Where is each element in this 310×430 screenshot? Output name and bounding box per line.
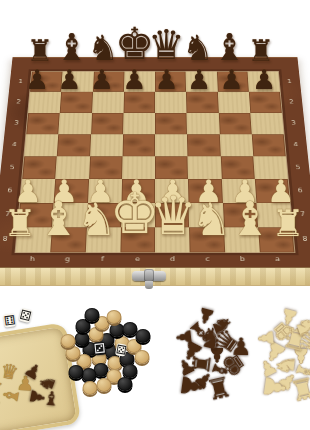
- white-die: ⚅: [3, 313, 16, 327]
- coordinate-label: e: [135, 257, 140, 263]
- black-checker-disc: [84, 308, 99, 322]
- coordinate-label: f: [101, 257, 104, 263]
- black-checker-disc: [75, 332, 90, 346]
- board-square: [155, 92, 187, 113]
- board-square: [55, 156, 89, 179]
- board-square: [188, 179, 222, 203]
- board-square: [16, 227, 53, 252]
- board-square: [247, 72, 280, 92]
- board-square: [155, 72, 186, 92]
- board-square: [88, 179, 122, 203]
- board-square: [187, 134, 220, 156]
- board-square: [54, 179, 89, 203]
- wood-checker-disc: [107, 310, 122, 324]
- board-square: [222, 203, 257, 227]
- board-square: [220, 156, 254, 179]
- board-square: [85, 227, 120, 252]
- board-square: [90, 134, 123, 156]
- board-square: [61, 72, 93, 92]
- board-square: [253, 156, 288, 179]
- board-square: [123, 92, 155, 113]
- board-square: [120, 227, 155, 252]
- wood-checker-disc: [66, 346, 81, 360]
- coordinate-label: 2: [289, 100, 294, 105]
- board-square: [89, 156, 123, 179]
- board-square: [26, 113, 60, 134]
- coordinate-label: c: [205, 257, 210, 263]
- board-square: [256, 203, 292, 227]
- clasp-tab: [145, 281, 153, 289]
- board-square: [121, 179, 155, 203]
- thumbnail-storage-tray[interactable]: ♜♛♟♝♟♟♞♟♝ ⚅⚄: [0, 300, 70, 430]
- black-die: ⚂: [93, 341, 106, 355]
- coordinate-label: d: [170, 257, 175, 263]
- wood-checker-disc: [61, 334, 76, 348]
- board-square: [258, 227, 295, 252]
- coordinate-label: g: [65, 257, 70, 263]
- coordinate-label: b: [240, 257, 245, 263]
- light-pile-piece-pawn: ♟: [255, 328, 277, 348]
- coordinate-label: 3: [14, 121, 19, 126]
- black-checker-disc: [118, 377, 133, 391]
- board-square: [50, 227, 86, 252]
- coordinate-label: 3: [291, 121, 296, 126]
- coordinate-label: 2: [16, 100, 21, 105]
- white-die: ⚄: [19, 308, 33, 323]
- board-square: [189, 227, 224, 252]
- board-square: [93, 72, 125, 92]
- thumbnail-dark-pieces-pile[interactable]: ♟♜♞♝♟♛♟♝♚♟♞♜♟♟♟♟: [167, 300, 240, 430]
- dark-pile-piece-pawn: ♟: [176, 372, 207, 401]
- board-square: [189, 203, 224, 227]
- coordinate-label: 5: [9, 165, 14, 170]
- board-square: [124, 72, 155, 92]
- chess-board-3d-wrap: 1234567812345678hgfedcba: [0, 0, 310, 268]
- thumbnail-checkers-discs[interactable]: ⚂⚄: [72, 300, 164, 430]
- board-square: [60, 92, 93, 113]
- coordinate-label: 4: [12, 143, 17, 148]
- board-square: [123, 113, 155, 134]
- thumbnail-light-pieces-pile[interactable]: ♟♞♜♝♟♛♟♚♝♟♞♜♟♟♟♟: [244, 300, 310, 430]
- board-square: [58, 113, 91, 134]
- metal-clasp-icon: [132, 269, 166, 284]
- coordinate-label: 6: [298, 188, 303, 193]
- board-square: [91, 113, 124, 134]
- board-square: [22, 156, 57, 179]
- coordinate-label: a: [275, 257, 280, 263]
- tray-dark-piece-bishop: ♝: [42, 388, 61, 409]
- coordinate-label: 1: [287, 79, 292, 84]
- board-square: [252, 134, 286, 156]
- coordinate-label: 7: [300, 212, 305, 218]
- board-square: [219, 134, 253, 156]
- board-square: [28, 92, 61, 113]
- board-square: [92, 92, 124, 113]
- board-square: [255, 179, 290, 203]
- coordinate-label: 1: [18, 79, 23, 84]
- board-square: [155, 113, 187, 134]
- board-square: [122, 156, 155, 179]
- wood-checker-disc: [97, 378, 112, 392]
- board-square: [30, 72, 63, 92]
- dark-pile-piece-pawn: ♟: [173, 327, 195, 347]
- coordinate-label: 7: [5, 212, 10, 218]
- board-square: [221, 179, 256, 203]
- board-square: [224, 227, 260, 252]
- board-square: [52, 203, 87, 227]
- board-square: [250, 113, 284, 134]
- board-square: [186, 72, 218, 92]
- board-square: [86, 203, 121, 227]
- board-grid: [16, 72, 295, 253]
- board-square: [186, 92, 218, 113]
- board-square: [187, 113, 220, 134]
- board-square: [188, 156, 222, 179]
- board-square: [20, 179, 55, 203]
- coordinate-label: 6: [7, 188, 12, 193]
- product-page: 1234567812345678hgfedcba ♜♝♞♚♛♞♝♜♟♟♟♟♟♟♟…: [0, 0, 310, 430]
- wood-checker-disc: [134, 350, 149, 364]
- board-square: [155, 179, 189, 203]
- coordinate-label: 8: [2, 237, 8, 243]
- wood-checker-disc: [83, 381, 98, 395]
- board-front-edge: [0, 267, 310, 286]
- board-square: [18, 203, 54, 227]
- main-photo-chess-board[interactable]: 1234567812345678hgfedcba ♜♝♞♚♛♞♝♜♟♟♟♟♟♟♟…: [0, 0, 310, 298]
- board-frame: 1234567812345678hgfedcba: [0, 57, 310, 270]
- coordinate-label: 4: [293, 143, 298, 148]
- board-square: [121, 203, 155, 227]
- coordinate-label: h: [30, 257, 36, 263]
- board-square: [155, 203, 189, 227]
- board-square: [155, 227, 190, 252]
- light-pile-piece-pawn: ♟: [259, 373, 290, 402]
- board-square: [218, 113, 251, 134]
- board-square: [57, 134, 91, 156]
- coordinate-label: 8: [302, 237, 308, 243]
- board-square: [217, 92, 250, 113]
- coordinate-label: 5: [295, 165, 300, 170]
- board-square: [24, 134, 58, 156]
- black-checker-disc: [135, 329, 150, 343]
- board-square: [122, 134, 155, 156]
- black-checker-disc: [68, 365, 83, 379]
- board-square: [155, 156, 188, 179]
- board-square: [155, 134, 188, 156]
- board-square: [217, 72, 249, 92]
- board-square: [249, 92, 282, 113]
